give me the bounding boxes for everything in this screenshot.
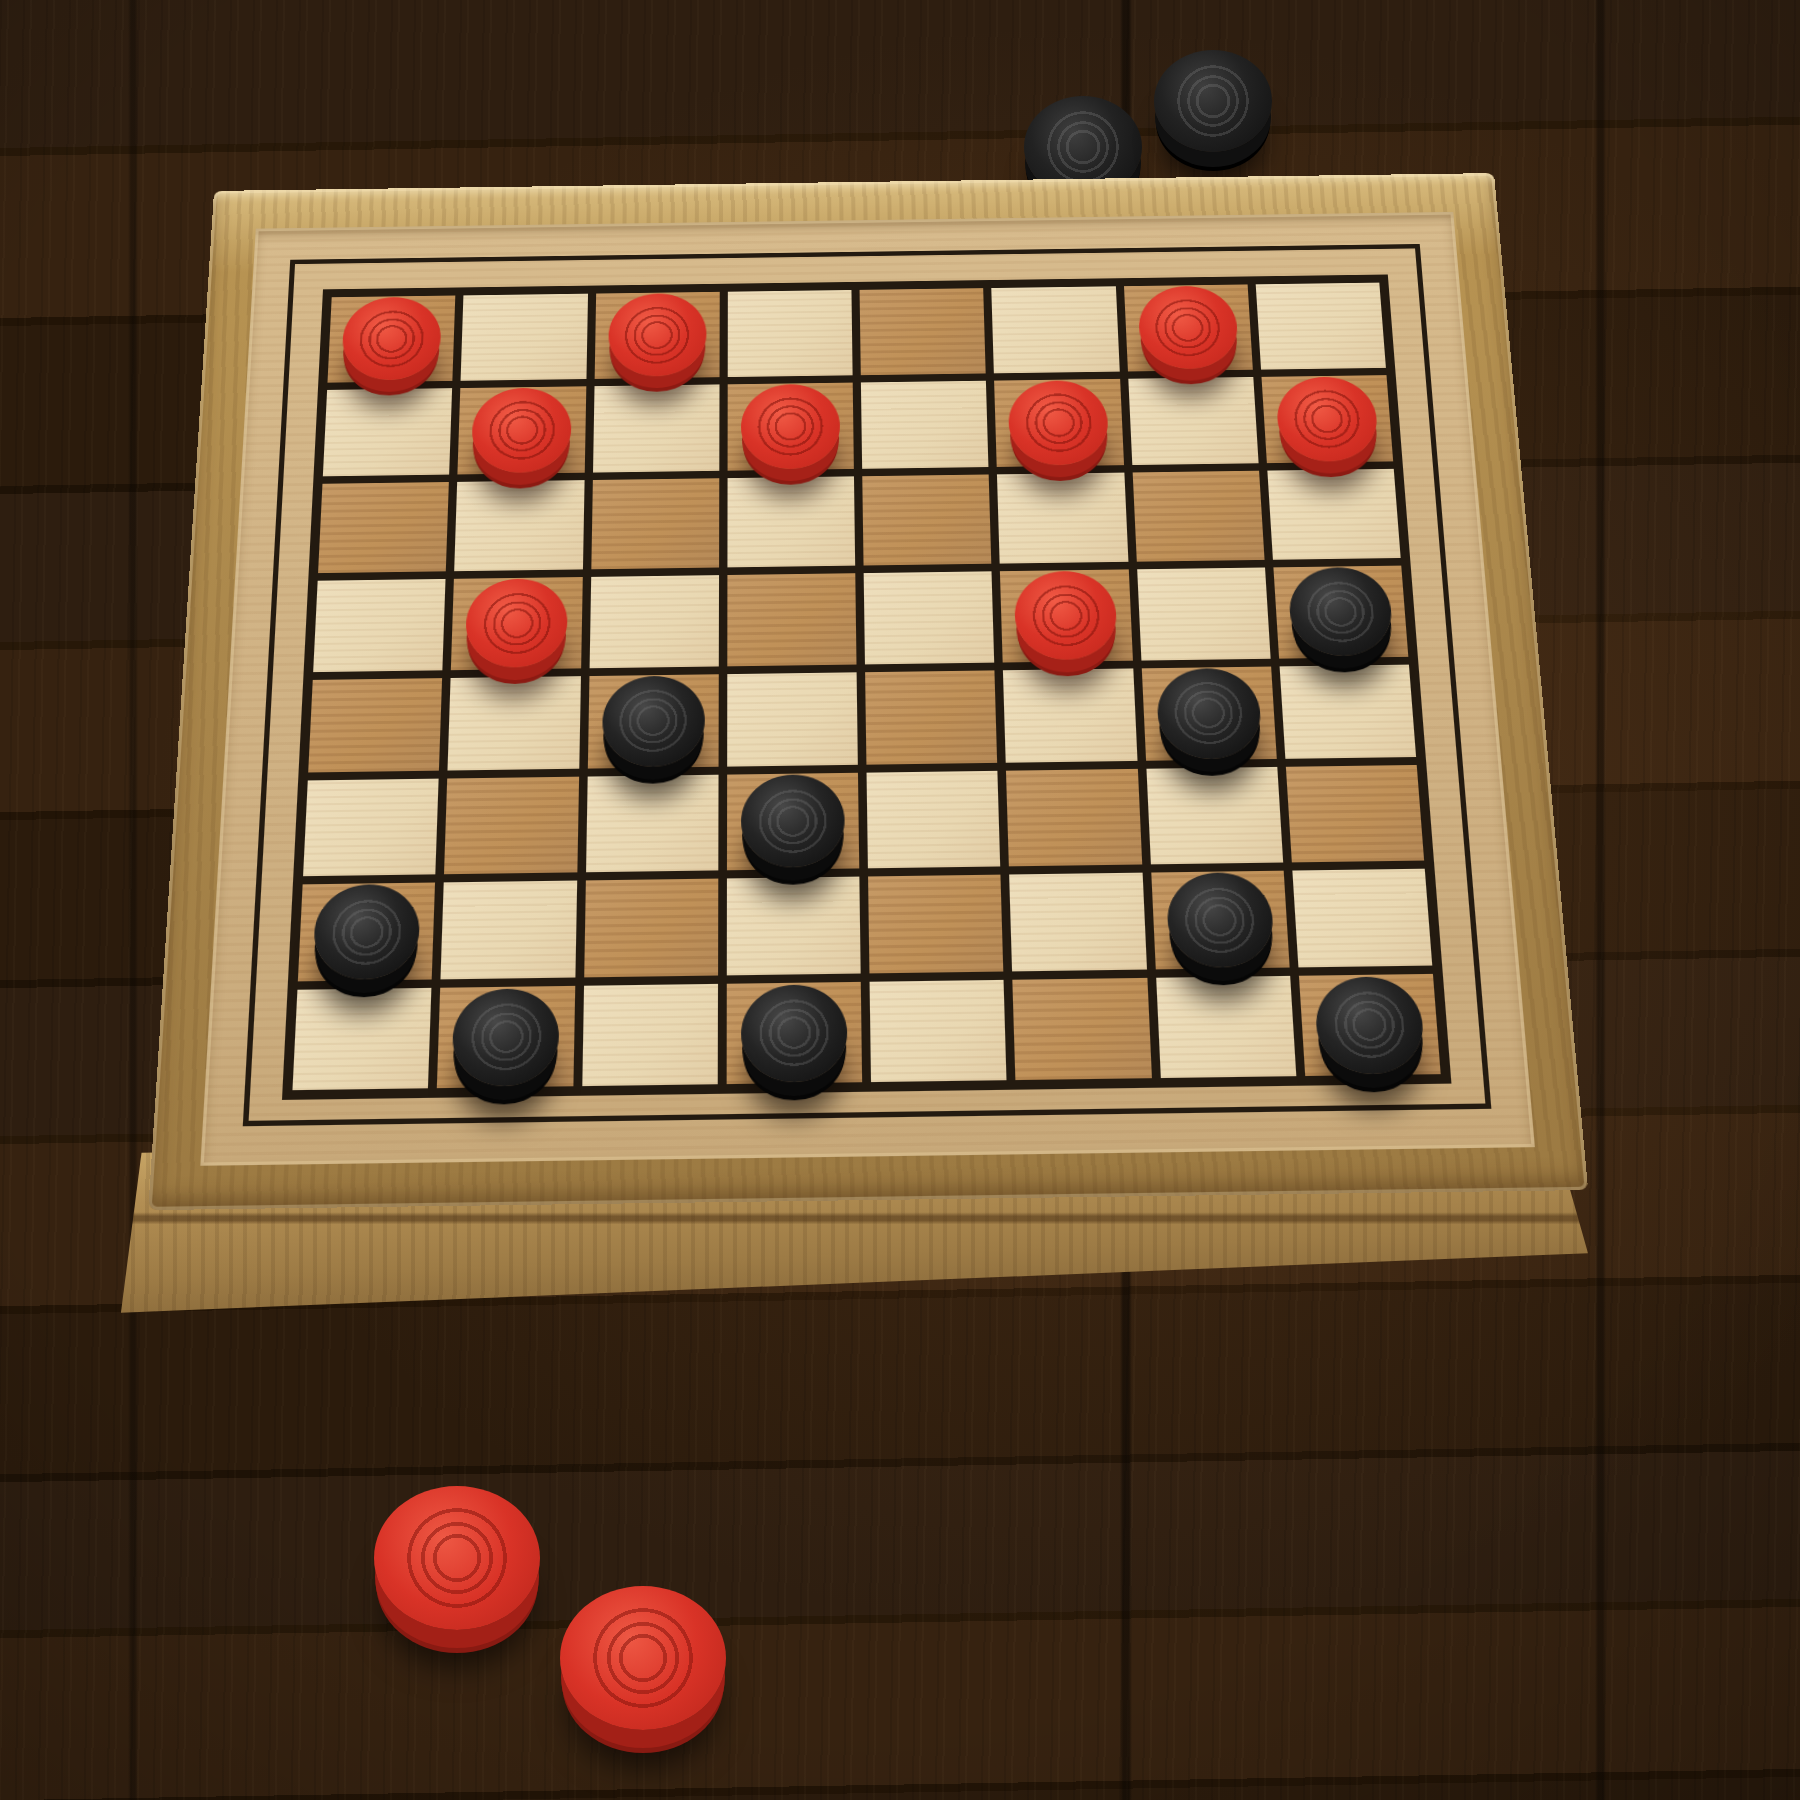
- checker-red[interactable]: [1008, 380, 1110, 466]
- checker-black[interactable]: [1165, 872, 1275, 968]
- square-r8c5[interactable]: [870, 980, 1007, 1082]
- square-r2c4[interactable]: [727, 382, 854, 471]
- square-r4c1[interactable]: [313, 579, 446, 672]
- square-r6c3[interactable]: [585, 775, 718, 872]
- square-r7c8[interactable]: [1292, 868, 1432, 967]
- square-r2c3[interactable]: [592, 384, 719, 473]
- checker-black[interactable]: [1155, 668, 1262, 760]
- square-r4c8[interactable]: [1273, 565, 1408, 658]
- checkers-grid: [282, 274, 1451, 1099]
- checker-black[interactable]: [741, 774, 845, 868]
- square-r5c2[interactable]: [448, 676, 581, 771]
- square-r8c2[interactable]: [437, 986, 575, 1088]
- square-r6c7[interactable]: [1146, 767, 1283, 864]
- square-r2c1[interactable]: [323, 388, 453, 477]
- square-r3c8[interactable]: [1267, 469, 1401, 560]
- checker-red[interactable]: [1014, 571, 1118, 661]
- captured-checker-red[interactable]: [560, 1586, 726, 1730]
- square-r1c3[interactable]: [594, 292, 719, 379]
- checkers-board: [148, 173, 1588, 1210]
- board-frame: [148, 173, 1588, 1210]
- square-r4c5[interactable]: [864, 571, 995, 664]
- square-r5c4[interactable]: [727, 672, 858, 767]
- square-r8c3[interactable]: [582, 984, 718, 1086]
- square-r7c7[interactable]: [1151, 870, 1290, 969]
- square-r1c4[interactable]: [727, 290, 852, 377]
- square-r6c5[interactable]: [867, 771, 1001, 868]
- square-r5c7[interactable]: [1141, 666, 1276, 761]
- square-r8c4[interactable]: [726, 982, 862, 1084]
- square-r4c4[interactable]: [727, 573, 856, 666]
- square-r7c2[interactable]: [441, 880, 577, 979]
- square-r3c1[interactable]: [318, 482, 449, 573]
- square-r7c1[interactable]: [298, 882, 435, 982]
- square-r1c6[interactable]: [992, 286, 1120, 373]
- square-r6c2[interactable]: [444, 777, 578, 874]
- square-r3c6[interactable]: [997, 473, 1128, 564]
- square-r8c8[interactable]: [1299, 974, 1441, 1076]
- square-r7c6[interactable]: [1009, 872, 1146, 971]
- square-r6c6[interactable]: [1006, 769, 1141, 866]
- square-r5c1[interactable]: [308, 678, 442, 773]
- square-r1c1[interactable]: [327, 296, 455, 383]
- checker-black[interactable]: [452, 988, 561, 1087]
- square-r5c8[interactable]: [1279, 664, 1416, 759]
- checker-black[interactable]: [1287, 567, 1394, 657]
- square-r5c5[interactable]: [865, 670, 997, 765]
- checker-black[interactable]: [312, 884, 421, 980]
- scene: [0, 0, 1800, 1800]
- checker-red[interactable]: [341, 297, 442, 381]
- square-r3c3[interactable]: [591, 478, 719, 569]
- square-r2c7[interactable]: [1128, 377, 1259, 466]
- checker-red[interactable]: [608, 293, 707, 377]
- square-r2c5[interactable]: [861, 380, 989, 469]
- square-r7c4[interactable]: [727, 876, 861, 975]
- square-r1c7[interactable]: [1123, 284, 1252, 371]
- square-r6c1[interactable]: [303, 779, 439, 876]
- square-r5c6[interactable]: [1003, 668, 1137, 763]
- square-r2c2[interactable]: [458, 386, 586, 475]
- square-r2c8[interactable]: [1261, 375, 1393, 464]
- square-r4c7[interactable]: [1137, 567, 1271, 660]
- square-r6c4[interactable]: [727, 773, 860, 870]
- square-r6c8[interactable]: [1286, 765, 1424, 862]
- square-r4c3[interactable]: [589, 575, 719, 668]
- square-r2c6[interactable]: [994, 379, 1123, 468]
- checker-black[interactable]: [741, 984, 848, 1083]
- checker-red[interactable]: [741, 384, 840, 470]
- square-r3c7[interactable]: [1132, 471, 1264, 562]
- checker-red[interactable]: [1275, 376, 1380, 462]
- square-r7c5[interactable]: [868, 874, 1004, 973]
- square-r1c8[interactable]: [1255, 283, 1385, 370]
- board-playfield: [200, 212, 1535, 1166]
- square-r3c4[interactable]: [727, 477, 855, 568]
- checker-black[interactable]: [601, 675, 704, 767]
- square-r4c6[interactable]: [1000, 569, 1132, 662]
- square-r8c6[interactable]: [1013, 978, 1152, 1080]
- square-r8c1[interactable]: [292, 988, 431, 1090]
- square-r1c2[interactable]: [461, 294, 588, 381]
- checker-red[interactable]: [465, 578, 568, 668]
- checker-black[interactable]: [1313, 976, 1426, 1075]
- checker-red[interactable]: [1137, 286, 1239, 370]
- square-r3c2[interactable]: [454, 480, 584, 571]
- captured-checker-black[interactable]: [1154, 50, 1272, 152]
- checker-red[interactable]: [471, 387, 572, 473]
- square-r3c5[interactable]: [862, 475, 991, 566]
- square-r1c5[interactable]: [860, 288, 986, 375]
- square-r5c3[interactable]: [587, 674, 718, 769]
- captured-checker-red[interactable]: [374, 1486, 540, 1630]
- square-r7c3[interactable]: [584, 878, 718, 977]
- square-r4c2[interactable]: [451, 577, 582, 670]
- square-r8c7[interactable]: [1156, 976, 1296, 1078]
